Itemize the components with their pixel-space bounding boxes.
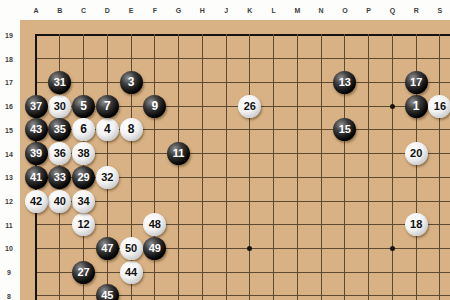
white-stone-move-32: 32: [96, 166, 119, 189]
column-label-G: G: [176, 7, 181, 14]
grid-line-col-J: [226, 34, 227, 300]
row-label-8: 8: [7, 292, 11, 299]
black-stone-move-47: 47: [96, 237, 119, 260]
grid-line-col-Q: [392, 34, 393, 300]
black-stone-move-3: 3: [120, 71, 143, 94]
column-label-E: E: [129, 7, 134, 14]
grid-line-row-14: [35, 153, 450, 154]
grid-line-col-L: [273, 34, 274, 300]
black-stone-move-5: 5: [72, 95, 95, 118]
column-label-R: R: [414, 7, 419, 14]
row-label-9: 9: [7, 269, 11, 276]
white-stone-move-30: 30: [48, 95, 71, 118]
white-stone-move-8: 8: [120, 118, 143, 141]
grid-line-col-H: [202, 34, 203, 300]
white-stone-move-26: 26: [238, 95, 261, 118]
black-stone-move-7: 7: [96, 95, 119, 118]
grid-line-row-11: [35, 224, 450, 225]
white-stone-move-18: 18: [405, 213, 428, 236]
grid-line-row-18: [35, 58, 450, 59]
grid-line-col-F: [154, 34, 155, 300]
grid-line-col-S: [439, 34, 440, 300]
black-stone-move-17: 17: [405, 71, 428, 94]
grid-line-row-9: [35, 272, 450, 273]
column-label-B: B: [57, 7, 62, 14]
grid-line-col-M: [297, 34, 298, 300]
black-stone-move-43: 43: [25, 118, 48, 141]
black-stone-move-29: 29: [72, 166, 95, 189]
column-label-N: N: [319, 7, 324, 14]
grid-line-col-P: [368, 34, 369, 300]
white-stone-move-20: 20: [405, 142, 428, 165]
row-label-16: 16: [5, 103, 13, 110]
column-label-D: D: [105, 7, 110, 14]
grid-line-col-G: [178, 34, 179, 300]
grid-line-row-12: [35, 201, 450, 202]
star-point-Q16: [390, 104, 395, 109]
black-stone-move-39: 39: [25, 142, 48, 165]
row-label-10: 10: [5, 245, 13, 252]
black-stone-move-37: 37: [25, 95, 48, 118]
column-label-C: C: [81, 7, 86, 14]
column-label-K: K: [247, 7, 252, 14]
star-point-Q10: [390, 246, 395, 251]
black-stone-move-41: 41: [25, 166, 48, 189]
white-stone-move-34: 34: [72, 190, 95, 213]
grid-line-row-19: [35, 34, 450, 36]
black-stone-move-45: 45: [96, 284, 119, 300]
column-label-J: J: [224, 7, 228, 14]
column-label-O: O: [342, 7, 347, 14]
grid-line-col-N: [321, 34, 322, 300]
column-label-P: P: [366, 7, 371, 14]
white-stone-move-40: 40: [48, 190, 71, 213]
white-stone-move-44: 44: [120, 261, 143, 284]
row-label-13: 13: [5, 174, 13, 181]
row-label-12: 12: [5, 198, 13, 205]
white-stone-move-50: 50: [120, 237, 143, 260]
column-label-A: A: [33, 7, 38, 14]
column-label-Q: Q: [390, 7, 395, 14]
white-stone-move-42: 42: [25, 190, 48, 213]
row-label-15: 15: [5, 126, 13, 133]
column-label-L: L: [271, 7, 275, 14]
column-label-S: S: [438, 7, 443, 14]
white-stone-move-16: 16: [428, 95, 450, 118]
column-label-M: M: [294, 7, 300, 14]
row-label-18: 18: [5, 55, 13, 62]
row-label-11: 11: [5, 221, 12, 228]
row-label-19: 19: [5, 32, 13, 39]
black-stone-move-27: 27: [72, 261, 95, 284]
black-stone-move-1: 1: [405, 95, 428, 118]
white-stone-move-4: 4: [96, 118, 119, 141]
row-label-17: 17: [5, 79, 13, 86]
black-stone-move-9: 9: [143, 95, 166, 118]
row-label-14: 14: [5, 150, 13, 157]
black-stone-move-11: 11: [167, 142, 190, 165]
grid-line-col-K: [249, 34, 250, 300]
grid-line-row-17: [35, 82, 450, 83]
go-game-diagram: ABCDEFGHJKLMNOPQRS1918171615141312111098…: [0, 0, 450, 300]
black-stone-move-33: 33: [48, 166, 71, 189]
column-label-H: H: [200, 7, 205, 14]
column-label-F: F: [153, 7, 157, 14]
white-stone-move-38: 38: [72, 142, 95, 165]
